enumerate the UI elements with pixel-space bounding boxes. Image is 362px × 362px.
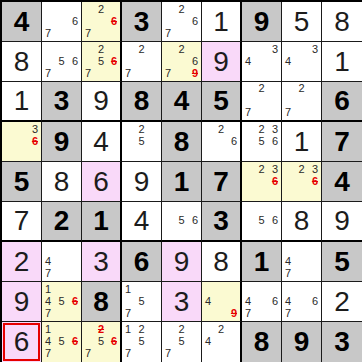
solved-digit: 2 (14, 248, 30, 276)
eliminated-candidate: 6 (32, 136, 38, 147)
eliminated-candidate: 6 (111, 16, 117, 27)
cell-r5c6[interactable]: 7 (202, 162, 242, 202)
given-digit: 9 (294, 328, 310, 356)
candidate: 2 (98, 44, 104, 55)
candidate-grid: 2567 (82, 42, 120, 81)
candidate: 5 (58, 336, 64, 347)
cell-r5c8[interactable]: 236 (282, 162, 322, 202)
cell-r3c8[interactable]: 27 (282, 82, 322, 122)
candidate-grid: 56 (242, 202, 281, 240)
candidate: 7 (85, 348, 91, 359)
candidate-grid: 34 (242, 42, 281, 81)
cell-r9c3[interactable]: 2567 (82, 322, 122, 362)
candidate: 4 (205, 336, 211, 347)
candidate: 4 (45, 336, 51, 347)
candidate-grid: 25 (122, 122, 161, 161)
candidate: 4 (285, 296, 291, 307)
given-digit: 2 (54, 207, 70, 235)
candidate: 3 (272, 164, 278, 175)
cell-r8c9[interactable]: 2 (322, 282, 362, 322)
candidate: 7 (165, 348, 171, 359)
solved-digit: 9 (213, 48, 229, 76)
candidate-grid: 14567 (42, 322, 81, 362)
cell-r4c9[interactable]: 7 (322, 122, 362, 162)
candidate: 2 (178, 324, 184, 335)
solved-digit: 8 (54, 168, 70, 196)
cell-r7c9[interactable]: 5 (322, 242, 362, 282)
cell-r3c6[interactable]: 5 (202, 82, 242, 122)
candidate: 7 (245, 308, 251, 319)
cell-r9c7[interactable]: 8 (242, 322, 282, 362)
cell-r8c4[interactable]: 157 (122, 282, 162, 322)
eliminated-candidate: 6 (72, 336, 78, 347)
candidate: 1 (45, 324, 51, 335)
candidate: 7 (285, 107, 291, 118)
solved-digit: 5 (294, 8, 310, 36)
cell-r1c2[interactable]: 67 (42, 2, 82, 42)
solved-digit: 2 (334, 288, 350, 316)
given-digit: 5 (14, 168, 30, 196)
candidate: 7 (245, 107, 251, 118)
candidate: 2 (218, 124, 224, 135)
candidate-grid: 2567 (82, 322, 120, 362)
candidate: 2 (138, 124, 144, 135)
solved-digit: 8 (14, 48, 30, 76)
eliminated-candidate: 2 (98, 324, 104, 335)
cell-r2c5[interactable]: 2679 (162, 42, 202, 82)
cell-r9c6[interactable]: 24 (202, 322, 242, 362)
candidate-grid: 467 (282, 282, 321, 321)
given-digit: 5 (213, 87, 229, 115)
solved-digit: 6 (14, 328, 30, 356)
given-digit: 9 (254, 8, 270, 36)
candidate: 7 (45, 68, 51, 79)
cell-r4c6[interactable]: 26 (202, 122, 242, 162)
solved-digit: 9 (134, 168, 150, 196)
candidate: 5 (178, 336, 184, 347)
cell-r4c4[interactable]: 25 (122, 122, 162, 162)
cell-r5c4[interactable]: 9 (122, 162, 162, 202)
candidate-grid: 34 (282, 42, 321, 81)
solved-digit: 6 (93, 168, 109, 196)
cell-r6c5[interactable]: 56 (162, 202, 202, 242)
candidate: 4 (245, 296, 251, 307)
candidate: 5 (258, 136, 264, 147)
candidate: 4 (205, 296, 211, 307)
cell-r9c1[interactable]: 6 (2, 322, 42, 362)
cell-r2c9[interactable]: 1 (322, 42, 362, 82)
candidate-grid: 56 (162, 202, 201, 240)
cell-r7c3[interactable]: 3 (82, 242, 122, 282)
candidate: 7 (165, 68, 171, 79)
candidate: 2 (98, 4, 104, 15)
candidate: 4 (285, 56, 291, 67)
solved-digit: 9 (334, 207, 350, 235)
cell-r7c1[interactable]: 2 (2, 242, 42, 282)
cell-r9c4[interactable]: 1257 (122, 322, 162, 362)
eliminated-candidate: 9 (192, 68, 198, 79)
candidate-grid: 14567 (42, 282, 81, 321)
cell-r4c8[interactable]: 1 (282, 122, 322, 162)
candidate: 6 (272, 136, 278, 147)
cell-r3c2[interactable]: 3 (42, 82, 82, 122)
candidate: 4 (45, 296, 51, 307)
candidate: 5 (178, 215, 184, 226)
cell-r3c4[interactable]: 8 (122, 82, 162, 122)
cell-r2c4[interactable]: 27 (122, 42, 162, 82)
candidate: 2 (258, 124, 264, 135)
candidate-grid: 267 (82, 2, 120, 41)
given-digit: 4 (14, 8, 30, 36)
candidate: 2 (178, 44, 184, 55)
given-digit: 5 (334, 248, 350, 276)
cell-r4c5[interactable]: 8 (162, 122, 202, 162)
cell-r2c6[interactable]: 9 (202, 42, 242, 82)
given-digit: 6 (334, 87, 350, 115)
given-digit: 7 (334, 128, 350, 156)
candidate: 3 (312, 44, 318, 55)
candidate: 7 (285, 308, 291, 319)
cell-r9c8[interactable]: 9 (282, 322, 322, 362)
candidate: 5 (58, 56, 64, 67)
candidate: 2 (218, 324, 224, 335)
candidate: 7 (45, 28, 51, 39)
candidate: 1 (125, 284, 131, 295)
given-digit: 9 (54, 128, 70, 156)
cell-r2c1[interactable]: 8 (2, 42, 42, 82)
eliminated-candidate: 6 (272, 176, 278, 187)
candidate: 1 (45, 284, 51, 295)
cell-r4c1[interactable]: 36 (2, 122, 42, 162)
cell-r5c9[interactable]: 4 (322, 162, 362, 202)
cell-r1c7[interactable]: 9 (242, 2, 282, 42)
cell-r1c6[interactable]: 1 (202, 2, 242, 42)
cell-r8c1[interactable]: 9 (2, 282, 42, 322)
cell-r4c2[interactable]: 9 (42, 122, 82, 162)
candidate: 7 (125, 68, 131, 79)
candidate-grid: 2356 (242, 122, 281, 161)
cell-r8c5[interactable]: 3 (162, 282, 202, 322)
candidate-grid: 157 (122, 282, 161, 321)
candidate: 3 (272, 44, 278, 55)
candidate: 3 (272, 124, 278, 135)
cell-r1c5[interactable]: 267 (162, 2, 202, 42)
candidate: 6 (192, 56, 198, 67)
cell-r7c6[interactable]: 8 (202, 242, 242, 282)
candidate-grid: 27 (242, 82, 281, 120)
candidate-grid: 2679 (162, 42, 201, 81)
cell-r5c1[interactable]: 5 (2, 162, 42, 202)
cell-r5c2[interactable]: 8 (42, 162, 82, 202)
given-digit: 1 (254, 248, 270, 276)
solved-digit: 1 (294, 128, 310, 156)
solved-digit: 9 (93, 87, 109, 115)
eliminated-candidate: 6 (111, 56, 117, 67)
cell-r2c7[interactable]: 34 (242, 42, 282, 82)
cell-r4c7[interactable]: 2356 (242, 122, 282, 162)
candidate: 2 (178, 4, 184, 15)
candidate-grid: 236 (242, 162, 281, 201)
cell-r8c3[interactable]: 8 (82, 282, 122, 322)
candidate: 7 (45, 348, 51, 359)
candidate-grid: 1257 (122, 322, 161, 362)
cell-r9c9[interactable]: 3 (322, 322, 362, 362)
cell-r8c7[interactable]: 467 (242, 282, 282, 322)
cell-r6c2[interactable]: 2 (42, 202, 82, 242)
cell-r6c6[interactable]: 3 (202, 202, 242, 242)
given-digit: 8 (174, 128, 190, 156)
candidate: 5 (258, 215, 264, 226)
candidate: 6 (192, 215, 198, 226)
given-digit: 8 (134, 87, 150, 115)
candidate: 7 (165, 28, 171, 39)
cell-r7c2[interactable]: 47 (42, 242, 82, 282)
candidate: 5 (138, 296, 144, 307)
candidate: 6 (272, 215, 278, 226)
eliminated-candidate: 6 (312, 176, 318, 187)
candidate: 5 (98, 336, 104, 347)
cell-r1c1[interactable]: 4 (2, 2, 42, 42)
candidate: 5 (58, 296, 64, 307)
candidate: 2 (138, 324, 144, 335)
candidate-grid: 236 (282, 162, 321, 201)
given-digit: 3 (213, 207, 229, 235)
cell-r3c3[interactable]: 9 (82, 82, 122, 122)
candidate: 6 (312, 296, 318, 307)
candidate-grid: 26 (202, 122, 240, 161)
given-digit: 7 (213, 168, 229, 196)
candidate: 7 (45, 268, 51, 279)
cell-r1c3[interactable]: 267 (82, 2, 122, 42)
solved-digit: 8 (334, 8, 350, 36)
cell-r6c3[interactable]: 1 (82, 202, 122, 242)
cell-r7c5[interactable]: 9 (162, 242, 202, 282)
candidate: 5 (98, 56, 104, 67)
cell-r2c2[interactable]: 567 (42, 42, 82, 82)
cell-r5c7[interactable]: 236 (242, 162, 282, 202)
given-digit: 1 (174, 168, 190, 196)
solved-digit: 9 (174, 248, 190, 276)
cell-r6c4[interactable]: 4 (122, 202, 162, 242)
candidate: 5 (138, 136, 144, 147)
solved-digit: 3 (174, 288, 190, 316)
candidate: 6 (231, 136, 237, 147)
candidate-grid: 67 (42, 2, 81, 41)
cell-r3c9[interactable]: 6 (322, 82, 362, 122)
cell-r8c6[interactable]: 49 (202, 282, 242, 322)
given-digit: 8 (93, 288, 109, 316)
candidate-grid: 47 (42, 242, 81, 281)
eliminated-candidate: 6 (111, 336, 117, 347)
candidate: 4 (245, 56, 251, 67)
given-digit: 1 (93, 207, 109, 235)
solved-digit: 8 (294, 207, 310, 235)
cell-r8c2[interactable]: 14567 (42, 282, 82, 322)
candidate: 2 (298, 83, 304, 94)
cell-r6c8[interactable]: 8 (282, 202, 322, 242)
candidate-grid: 267 (162, 2, 201, 41)
candidate-grid: 27 (122, 42, 161, 81)
candidate: 2 (258, 164, 264, 175)
candidate: 3 (312, 164, 318, 175)
candidate: 7 (85, 68, 91, 79)
candidate: 6 (72, 16, 78, 27)
solved-digit: 7 (14, 207, 30, 235)
candidate-grid: 49 (202, 282, 240, 321)
candidate: 7 (45, 308, 51, 319)
candidate: 7 (285, 268, 291, 279)
candidate: 6 (272, 296, 278, 307)
given-digit: 3 (334, 328, 350, 356)
given-digit: 3 (134, 8, 150, 36)
cell-r2c3[interactable]: 2567 (82, 42, 122, 82)
solved-digit: 8 (213, 248, 229, 276)
candidate: 7 (85, 28, 91, 39)
eliminated-candidate: 9 (231, 308, 237, 319)
solved-digit: 9 (14, 288, 30, 316)
candidate-grid: 257 (162, 322, 201, 362)
candidate-grid: 27 (282, 82, 321, 120)
candidate: 2 (138, 44, 144, 55)
cell-r6c7[interactable]: 56 (242, 202, 282, 242)
cell-r6c1[interactable]: 7 (2, 202, 42, 242)
candidate: 6 (72, 56, 78, 67)
cell-r1c4[interactable]: 3 (122, 2, 162, 42)
given-digit: 4 (334, 168, 350, 196)
cell-r4c3[interactable]: 4 (82, 122, 122, 162)
candidate-grid: 567 (42, 42, 81, 81)
candidate: 2 (298, 164, 304, 175)
candidate: 2 (258, 83, 264, 94)
solved-digit: 4 (134, 207, 150, 235)
cell-r7c7[interactable]: 1 (242, 242, 282, 282)
sudoku-board: 4672673267195885672567272679934341139845… (0, 0, 362, 362)
candidate-grid: 24 (202, 322, 240, 362)
cell-r6c9[interactable]: 9 (322, 202, 362, 242)
cell-r7c4[interactable]: 6 (122, 242, 162, 282)
candidate: 3 (32, 124, 38, 135)
candidate: 4 (285, 256, 291, 267)
given-digit: 6 (134, 248, 150, 276)
candidate: 6 (192, 16, 198, 27)
candidate-grid: 467 (242, 282, 281, 321)
candidate-grid: 47 (282, 242, 321, 281)
solved-digit: 1 (213, 8, 229, 36)
candidate-grid: 36 (2, 122, 41, 161)
cell-r8c8[interactable]: 467 (282, 282, 322, 322)
candidate: 1 (125, 324, 131, 335)
cell-r3c7[interactable]: 27 (242, 82, 282, 122)
cell-r1c8[interactable]: 5 (282, 2, 322, 42)
cell-r5c3[interactable]: 6 (82, 162, 122, 202)
solved-digit: 4 (93, 128, 109, 156)
cell-r9c5[interactable]: 257 (162, 322, 202, 362)
cell-r3c1[interactable]: 1 (2, 82, 42, 122)
candidate: 4 (45, 256, 51, 267)
solved-digit: 1 (334, 48, 350, 76)
solved-digit: 1 (14, 87, 30, 115)
cell-r9c2[interactable]: 14567 (42, 322, 82, 362)
candidate: 7 (125, 308, 131, 319)
candidate: 5 (138, 336, 144, 347)
solved-digit: 3 (93, 248, 109, 276)
candidate: 7 (125, 348, 131, 359)
cell-r1c9[interactable]: 8 (322, 2, 362, 42)
eliminated-candidate: 6 (72, 296, 78, 307)
given-digit: 3 (54, 87, 70, 115)
cell-r5c5[interactable]: 1 (162, 162, 202, 202)
cell-r2c8[interactable]: 34 (282, 42, 322, 82)
given-digit: 8 (254, 328, 270, 356)
cell-r3c5[interactable]: 4 (162, 82, 202, 122)
cell-r7c8[interactable]: 47 (282, 242, 322, 282)
given-digit: 4 (174, 87, 190, 115)
